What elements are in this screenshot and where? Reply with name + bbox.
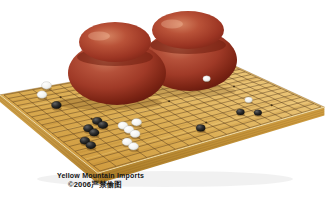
- bowl-highlight: [88, 32, 110, 41]
- white-stone: [128, 143, 138, 151]
- bowl-lid: [79, 22, 151, 62]
- white-stone: [245, 97, 253, 103]
- star-point: [168, 100, 170, 102]
- bowl-highlight: [161, 20, 183, 29]
- white-stone: [203, 76, 210, 82]
- black-stone: [236, 109, 244, 115]
- black-stone: [89, 129, 99, 137]
- go-board-scene: [0, 0, 325, 222]
- white-stone: [130, 130, 140, 138]
- watermark-copyright: ©2006严禁偷图: [57, 181, 144, 190]
- star-point: [271, 104, 273, 106]
- star-point: [205, 122, 207, 124]
- black-stone: [51, 101, 61, 109]
- star-point: [60, 96, 62, 98]
- white-stone: [42, 82, 52, 89]
- black-stone: [196, 125, 205, 132]
- white-stone: [37, 91, 47, 99]
- black-stone: [254, 110, 262, 116]
- white-stone: [132, 118, 142, 125]
- go-bowl-left: [68, 22, 166, 105]
- bowl-lid: [152, 11, 224, 49]
- watermark: Yellow Mountain Imports ©2006严禁偷图: [57, 172, 144, 189]
- black-stone: [98, 121, 108, 129]
- star-point: [233, 86, 235, 88]
- black-stone: [86, 141, 96, 149]
- product-photo: Yellow Mountain Imports ©2006严禁偷图: [0, 0, 325, 222]
